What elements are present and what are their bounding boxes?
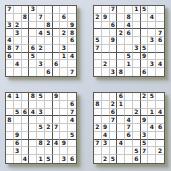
cell-r2c5 <box>125 101 133 109</box>
cell-r1c3 <box>22 93 30 101</box>
cell-r4c5: 4 <box>37 29 45 37</box>
cell-r4c8 <box>60 116 68 124</box>
cell-r9c9 <box>156 155 164 163</box>
cell-r5c7 <box>53 37 61 45</box>
cell-r2c3: 8 <box>22 14 30 22</box>
cell-r6c3 <box>22 132 30 140</box>
cell-r4c7: 9 <box>141 116 149 124</box>
cell-r9c2 <box>14 155 22 163</box>
cell-r8c9: 2 <box>156 147 164 155</box>
cell-r9c2 <box>102 68 110 76</box>
cell-r5c5: 5 <box>37 124 45 132</box>
cell-r4c7 <box>53 29 61 37</box>
cell-r3c8: 1 <box>148 109 156 117</box>
cell-r9c1 <box>94 68 102 76</box>
cell-r5c4 <box>29 124 37 132</box>
cell-r7c4 <box>29 140 37 148</box>
cell-r8c3 <box>22 147 30 155</box>
cell-r8c5: 3 <box>37 60 45 68</box>
cell-r9c5: 1 <box>37 155 45 163</box>
cell-r3c5: 3 <box>37 109 45 117</box>
cell-r5c1: 2 <box>94 124 102 132</box>
cell-r3c3 <box>22 22 30 30</box>
cell-r6c9 <box>156 45 164 53</box>
cell-r9c6: 6 <box>45 68 53 76</box>
cell-r5c8 <box>60 124 68 132</box>
cell-r6c5: 6 <box>125 132 133 140</box>
cell-r7c1 <box>94 53 102 61</box>
sudoku-board-top-left: 738763289345284687623651443667 <box>5 5 77 77</box>
cell-r2c7 <box>141 101 149 109</box>
cell-r3c2 <box>102 109 110 117</box>
cell-r6c3 <box>110 45 118 53</box>
cell-r3c7 <box>141 22 149 30</box>
cell-r1c7 <box>53 6 61 14</box>
cell-r3c9: 4 <box>156 109 164 117</box>
cell-r7c7: 9 <box>141 53 149 61</box>
cell-r6c9: 5 <box>68 132 76 140</box>
cell-r3c1 <box>94 109 102 117</box>
cell-r9c6 <box>133 68 141 76</box>
cell-r3c3: 6 <box>22 109 30 117</box>
cell-r5c4 <box>117 37 125 45</box>
cell-r6c1 <box>6 132 14 140</box>
cell-r1c9 <box>156 93 164 101</box>
cell-r8c8: 3 <box>148 60 156 68</box>
cell-r9c8: 3 <box>60 155 68 163</box>
cell-r2c4: 1 <box>117 101 125 109</box>
cell-r2c2 <box>102 101 110 109</box>
cell-r5c6 <box>45 37 53 45</box>
cell-r3c8 <box>148 22 156 30</box>
cell-r8c1 <box>94 147 102 155</box>
cell-r8c5 <box>125 147 133 155</box>
cell-r8c7 <box>141 60 149 68</box>
cell-r9c6: 6 <box>133 155 141 163</box>
cell-r6c3 <box>22 45 30 53</box>
cell-r2c2: 9 <box>102 14 110 22</box>
cell-r8c9: 4 <box>156 60 164 68</box>
cell-r2c8: 4 <box>148 14 156 22</box>
cell-r6c3 <box>110 132 118 140</box>
cell-r2c6 <box>133 14 141 22</box>
cell-r8c6 <box>133 60 141 68</box>
cell-r9c3: 3 <box>110 68 118 76</box>
cell-r5c4 <box>117 124 125 132</box>
cell-r4c5: 6 <box>125 29 133 37</box>
cell-r7c9: 4 <box>68 53 76 61</box>
cell-r9c6: 5 <box>45 155 53 163</box>
cell-r3c7 <box>53 22 61 30</box>
cell-r3c6 <box>133 22 141 30</box>
cell-r1c6 <box>133 93 141 101</box>
cell-r1c4: 3 <box>29 6 37 14</box>
cell-r1c5 <box>125 93 133 101</box>
cell-r1c7: 2 <box>141 93 149 101</box>
cell-r9c3: 5 <box>110 155 118 163</box>
cell-r9c4 <box>29 155 37 163</box>
cell-r1c7: 5 <box>141 6 149 14</box>
cell-r1c2 <box>102 93 110 101</box>
cell-r7c3 <box>110 53 118 61</box>
cell-r9c8 <box>148 155 156 163</box>
cell-r7c1: 7 <box>94 140 102 148</box>
cell-r6c8 <box>148 132 156 140</box>
cell-r1c8: 5 <box>148 93 156 101</box>
cell-r2c8 <box>60 101 68 109</box>
cell-r5c9: 6 <box>68 37 76 45</box>
cell-r9c1 <box>6 155 14 163</box>
cell-r4c9: 4 <box>68 116 76 124</box>
cell-r6c2 <box>102 45 110 53</box>
cell-r4c3 <box>22 116 30 124</box>
cell-r8c4 <box>117 60 125 68</box>
cell-r3c4 <box>29 22 37 30</box>
cell-r1c6 <box>45 93 53 101</box>
cell-r2c7 <box>53 14 61 22</box>
cell-r3c6 <box>45 109 53 117</box>
cell-r9c1 <box>94 155 102 163</box>
cell-r8c2: 2 <box>102 60 110 68</box>
cell-r4c6 <box>133 116 141 124</box>
cell-r8c5 <box>37 147 45 155</box>
cell-r5c1 <box>6 124 14 132</box>
cell-r9c9: 7 <box>68 68 76 76</box>
cell-r5c7: 7 <box>53 124 61 132</box>
cell-r5c9: 6 <box>156 124 164 132</box>
cell-r1c2 <box>14 6 22 14</box>
cell-r8c4 <box>117 147 125 155</box>
cell-r4c7 <box>141 29 149 37</box>
cell-r2c7 <box>53 101 61 109</box>
cell-r1c3: 7 <box>110 6 118 14</box>
cell-r2c7 <box>141 14 149 22</box>
cell-r2c4 <box>117 14 125 22</box>
cell-r2c1 <box>6 101 14 109</box>
cell-r9c4 <box>29 68 37 76</box>
cell-r8c7: 6 <box>53 60 61 68</box>
cell-r4c3 <box>22 29 30 37</box>
cell-r5c8: 4 <box>148 124 156 132</box>
cell-r8c9 <box>68 60 76 68</box>
cell-r9c7 <box>53 68 61 76</box>
cell-r9c8 <box>60 68 68 76</box>
cell-r7c1 <box>6 140 14 148</box>
cell-r2c6 <box>45 101 53 109</box>
cell-r7c3 <box>22 53 30 61</box>
cell-r7c8: 1 <box>60 53 68 61</box>
cell-r1c4: 8 <box>29 93 37 101</box>
cell-r4c6 <box>133 29 141 37</box>
cell-r7c1: 6 <box>6 53 14 61</box>
cell-r9c8 <box>148 68 156 76</box>
cell-r7c6: 2 <box>45 140 53 148</box>
sudoku-thumbnails-canvas: 738763289345284687623651443667 715298464… <box>0 0 171 171</box>
sudoku-board-bottom-left: 41859656437845279568249341536 <box>5 92 77 164</box>
cell-r7c6 <box>45 53 53 61</box>
cell-r8c7: 7 <box>141 147 149 155</box>
cell-r4c1: 8 <box>6 116 14 124</box>
cell-r7c6 <box>133 53 141 61</box>
cell-r9c7 <box>53 155 61 163</box>
cell-r4c2: 3 <box>14 29 22 37</box>
cell-r5c5 <box>125 37 133 45</box>
cell-r1c8 <box>60 93 68 101</box>
cell-r5c3: 9 <box>110 37 118 45</box>
cell-r7c9 <box>68 140 76 148</box>
cell-r7c5: 8 <box>37 140 45 148</box>
cell-r1c6 <box>45 6 53 14</box>
cell-r8c8 <box>148 147 156 155</box>
cell-r1c1: 4 <box>6 93 14 101</box>
cell-r3c2: 5 <box>14 109 22 117</box>
cell-r6c6: 3 <box>133 45 141 53</box>
cell-r4c2 <box>14 116 22 124</box>
cell-r9c7 <box>141 155 149 163</box>
cell-r3c1 <box>94 22 102 30</box>
cell-r6c4 <box>117 45 125 53</box>
cell-r8c5: 1 <box>125 60 133 68</box>
cell-r6c4 <box>29 132 37 140</box>
cell-r5c3 <box>110 124 118 132</box>
cell-r9c5 <box>37 68 45 76</box>
cell-r6c5: 2 <box>37 45 45 53</box>
cell-r9c9 <box>156 68 164 76</box>
cell-r9c4 <box>117 155 125 163</box>
cell-r1c9 <box>156 6 164 14</box>
cell-r1c6: 1 <box>133 6 141 14</box>
cell-r6c9 <box>156 132 164 140</box>
cell-r8c8 <box>60 60 68 68</box>
cell-r9c2: 2 <box>102 155 110 163</box>
cell-r2c5: 7 <box>37 14 45 22</box>
cell-r8c3 <box>110 147 118 155</box>
cell-r2c8: 6 <box>60 14 68 22</box>
cell-r3c6: 2 <box>133 109 141 117</box>
cell-r7c3 <box>110 140 118 148</box>
cell-r6c8 <box>148 45 156 53</box>
cell-r4c2 <box>102 29 110 37</box>
cell-r5c3 <box>22 37 30 45</box>
cell-r4c3: 7 <box>110 116 118 124</box>
cell-r8c6 <box>45 147 53 155</box>
cell-r4c4: 2 <box>117 29 125 37</box>
cell-r9c7: 6 <box>141 68 149 76</box>
cell-r6c6 <box>45 45 53 53</box>
cell-r9c1 <box>6 68 14 76</box>
cell-r7c7: 4 <box>53 140 61 148</box>
cell-r9c3: 4 <box>22 155 30 163</box>
cell-r8c4 <box>29 147 37 155</box>
cell-r5c8: 3 <box>148 37 156 45</box>
cell-r1c7: 9 <box>53 93 61 101</box>
cell-r8c4 <box>29 60 37 68</box>
cell-r5c9: 6 <box>156 37 164 45</box>
cell-r2c9 <box>156 14 164 22</box>
cell-r1c5: 5 <box>37 93 45 101</box>
cell-r4c4 <box>29 29 37 37</box>
cell-r8c1 <box>94 60 102 68</box>
cell-r6c2: 7 <box>14 45 22 53</box>
cell-r8c2 <box>102 147 110 155</box>
cell-r3c4 <box>117 109 125 117</box>
cell-r7c4: 5 <box>29 53 37 61</box>
cell-r4c8: 2 <box>60 29 68 37</box>
cell-r1c2: 1 <box>14 93 22 101</box>
cell-r1c1: 7 <box>6 6 14 14</box>
cell-r6c1: 7 <box>94 45 102 53</box>
cell-r7c8: 9 <box>60 140 68 148</box>
cell-r2c1: 8 <box>94 101 102 109</box>
cell-r4c6: 5 <box>45 29 53 37</box>
cell-r8c2: 4 <box>14 60 22 68</box>
cell-r7c4 <box>117 53 125 61</box>
cell-r7c2: 3 <box>102 140 110 148</box>
cell-r8c3 <box>110 60 118 68</box>
cell-r8c7 <box>53 147 61 155</box>
cell-r5c3 <box>22 124 30 132</box>
cell-r7c3 <box>22 140 30 148</box>
cell-r8c2: 3 <box>14 147 22 155</box>
cell-r9c9: 6 <box>68 155 76 163</box>
cell-r8c9 <box>68 147 76 155</box>
cell-r8c3 <box>22 60 30 68</box>
cell-r7c5 <box>125 140 133 148</box>
cell-r5c6 <box>133 124 141 132</box>
sudoku-board-top-right: 7152984642675936735592134386 <box>93 5 165 77</box>
sudoku-board-bottom-right: 6258216214749297464637345572256 <box>93 92 165 164</box>
cell-r6c6 <box>133 132 141 140</box>
cell-r9c5 <box>125 68 133 76</box>
cell-r7c4: 4 <box>117 140 125 148</box>
cell-r7c8 <box>148 140 156 148</box>
cell-r3c8 <box>60 109 68 117</box>
cell-r5c2 <box>102 37 110 45</box>
cell-r6c7 <box>53 45 61 53</box>
cell-r4c4 <box>29 116 37 124</box>
cell-r8c6: 5 <box>133 147 141 155</box>
cell-r1c9 <box>68 6 76 14</box>
cell-r9c5 <box>125 155 133 163</box>
cell-r8c1 <box>6 147 14 155</box>
cell-r8c1 <box>6 60 14 68</box>
cell-r9c4: 8 <box>117 68 125 76</box>
cell-r5c6: 2 <box>45 124 53 132</box>
cell-r1c4 <box>117 6 125 14</box>
cell-r2c4 <box>29 14 37 22</box>
cell-r3c4: 4 <box>29 109 37 117</box>
cell-r3c1: 3 <box>6 22 14 30</box>
cell-r2c1: 2 <box>94 14 102 22</box>
cell-r8c8 <box>60 147 68 155</box>
cell-r4c4 <box>117 116 125 124</box>
cell-r9c3 <box>22 68 30 76</box>
cell-r3c7 <box>53 109 61 117</box>
cell-r3c3: 6 <box>110 22 118 30</box>
cell-r8c6 <box>45 60 53 68</box>
cell-r3c2 <box>102 22 110 30</box>
cell-r9c2 <box>14 68 22 76</box>
